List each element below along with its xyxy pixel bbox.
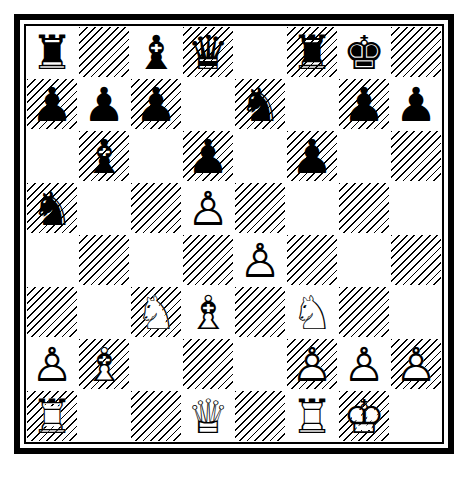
piece-black-pawn[interactable]: ♟ [130,78,182,130]
square-d4[interactable] [182,234,234,286]
square-f3[interactable]: ♞♘ [286,286,338,338]
square-f6[interactable]: ♟ [286,130,338,182]
square-g8[interactable]: ♚ [338,26,390,78]
piece-black-rook[interactable]: ♜ [26,26,78,78]
square-g3[interactable] [338,286,390,338]
square-e6[interactable] [234,130,286,182]
piece-white-knight[interactable]: ♘ [286,286,338,338]
square-d6[interactable]: ♟ [182,130,234,182]
square-d1[interactable]: ♛♕ [182,390,234,442]
piece-white-king[interactable]: ♔ [338,390,390,442]
square-c5[interactable] [130,182,182,234]
chess-diagram-page: ♜♝♛♜♚♟♟♟♞♟♟♝♟♟♞♟♙♟♙♞♘♝♗♞♘♟♙♝♗♟♙♟♙♟♙♜♖♛♕♜… [0,0,468,477]
square-e3[interactable] [234,286,286,338]
piece-black-king[interactable]: ♚ [338,26,390,78]
square-f5[interactable] [286,182,338,234]
square-g6[interactable] [338,130,390,182]
square-b1[interactable] [78,390,130,442]
square-b2[interactable]: ♝♗ [78,338,130,390]
square-e5[interactable] [234,182,286,234]
square-b7[interactable]: ♟ [78,78,130,130]
square-a7[interactable]: ♟ [26,78,78,130]
square-h2[interactable]: ♟♙ [390,338,442,390]
square-b3[interactable] [78,286,130,338]
chess-board-inner-border: ♜♝♛♜♚♟♟♟♞♟♟♝♟♟♞♟♙♟♙♞♘♝♗♞♘♟♙♝♗♟♙♟♙♟♙♜♖♛♕♜… [24,24,444,444]
square-c3[interactable]: ♞♘ [130,286,182,338]
piece-black-bishop[interactable]: ♝ [130,26,182,78]
square-f8[interactable]: ♜ [286,26,338,78]
square-a1[interactable]: ♜♖ [26,390,78,442]
piece-black-bishop[interactable]: ♝ [78,130,130,182]
piece-black-pawn[interactable]: ♟ [78,78,130,130]
square-g1[interactable]: ♚♔ [338,390,390,442]
square-g7[interactable]: ♟ [338,78,390,130]
piece-black-pawn[interactable]: ♟ [338,78,390,130]
piece-black-queen[interactable]: ♛ [182,26,234,78]
square-e1[interactable] [234,390,286,442]
square-b4[interactable] [78,234,130,286]
square-a8[interactable]: ♜ [26,26,78,78]
square-b6[interactable]: ♝ [78,130,130,182]
piece-black-pawn[interactable]: ♟ [182,130,234,182]
piece-white-rook[interactable]: ♖ [286,390,338,442]
square-c8[interactable]: ♝ [130,26,182,78]
square-g4[interactable] [338,234,390,286]
square-h1[interactable] [390,390,442,442]
square-h4[interactable] [390,234,442,286]
piece-white-bishop[interactable]: ♗ [182,286,234,338]
square-e4[interactable]: ♟♙ [234,234,286,286]
square-d3[interactable]: ♝♗ [182,286,234,338]
square-d2[interactable] [182,338,234,390]
chess-board: ♜♝♛♜♚♟♟♟♞♟♟♝♟♟♞♟♙♟♙♞♘♝♗♞♘♟♙♝♗♟♙♟♙♟♙♜♖♛♕♜… [26,26,442,442]
square-h7[interactable]: ♟ [390,78,442,130]
square-f4[interactable] [286,234,338,286]
square-a4[interactable] [26,234,78,286]
square-h5[interactable] [390,182,442,234]
piece-white-pawn[interactable]: ♙ [234,234,286,286]
piece-white-pawn[interactable]: ♙ [182,182,234,234]
square-e2[interactable] [234,338,286,390]
piece-black-pawn[interactable]: ♟ [286,130,338,182]
square-c2[interactable] [130,338,182,390]
piece-white-pawn[interactable]: ♙ [338,338,390,390]
square-f7[interactable] [286,78,338,130]
square-c1[interactable] [130,390,182,442]
piece-white-pawn[interactable]: ♙ [390,338,442,390]
piece-white-bishop[interactable]: ♗ [78,338,130,390]
square-g2[interactable]: ♟♙ [338,338,390,390]
square-b5[interactable] [78,182,130,234]
square-a2[interactable]: ♟♙ [26,338,78,390]
square-d8[interactable]: ♛ [182,26,234,78]
square-e8[interactable] [234,26,286,78]
square-f2[interactable]: ♟♙ [286,338,338,390]
square-h3[interactable] [390,286,442,338]
square-f1[interactable]: ♜♖ [286,390,338,442]
piece-white-rook[interactable]: ♖ [26,390,78,442]
chess-board-frame: ♜♝♛♜♚♟♟♟♞♟♟♝♟♟♞♟♙♟♙♞♘♝♗♞♘♟♙♝♗♟♙♟♙♟♙♜♖♛♕♜… [14,14,454,454]
square-a3[interactable] [26,286,78,338]
piece-black-pawn[interactable]: ♟ [26,78,78,130]
piece-white-pawn[interactable]: ♙ [26,338,78,390]
square-b8[interactable] [78,26,130,78]
square-d5[interactable]: ♟♙ [182,182,234,234]
piece-white-pawn[interactable]: ♙ [286,338,338,390]
piece-black-knight[interactable]: ♞ [26,182,78,234]
square-c7[interactable]: ♟ [130,78,182,130]
square-c4[interactable] [130,234,182,286]
square-h6[interactable] [390,130,442,182]
square-d7[interactable] [182,78,234,130]
square-g5[interactable] [338,182,390,234]
square-h8[interactable] [390,26,442,78]
square-a5[interactable]: ♞ [26,182,78,234]
piece-black-knight[interactable]: ♞ [234,78,286,130]
square-a6[interactable] [26,130,78,182]
square-e7[interactable]: ♞ [234,78,286,130]
piece-black-rook[interactable]: ♜ [286,26,338,78]
piece-white-queen[interactable]: ♕ [182,390,234,442]
square-c6[interactable] [130,130,182,182]
piece-black-pawn[interactable]: ♟ [390,78,442,130]
piece-white-knight[interactable]: ♘ [130,286,182,338]
